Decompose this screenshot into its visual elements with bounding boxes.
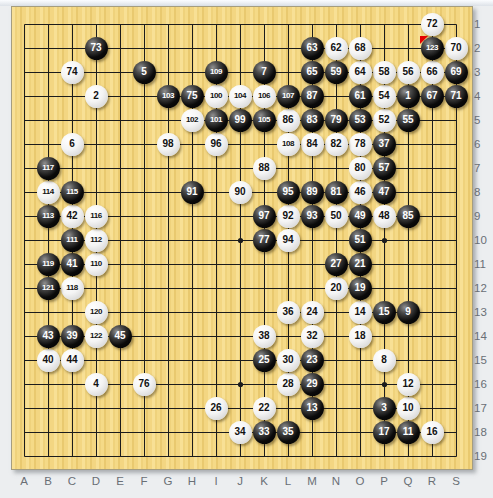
- stone-102-H5: 102: [181, 109, 204, 132]
- col-label-J: J: [228, 474, 252, 488]
- stone-55-Q5: 55: [397, 109, 420, 132]
- stone-number: 57: [378, 163, 389, 173]
- stone-number: 16: [426, 427, 437, 437]
- stone-69-S3: 69: [445, 61, 468, 84]
- stone-7-K3: 7: [253, 61, 276, 84]
- stone-25-K15: 25: [253, 349, 276, 372]
- stone-57-P7: 57: [373, 157, 396, 180]
- col-label-Q: Q: [396, 474, 420, 488]
- stone-38-K14: 38: [253, 325, 276, 348]
- stone-90-J8: 90: [229, 181, 252, 204]
- row-label-6: 6: [469, 137, 493, 151]
- stone-number: 111: [66, 236, 77, 244]
- stone-96-I6: 96: [205, 133, 228, 156]
- stone-number: 69: [450, 67, 461, 77]
- stone-number: 68: [354, 43, 365, 53]
- stone-number: 70: [450, 43, 461, 53]
- stone-number: 76: [138, 379, 149, 389]
- stone-87-M4: 87: [301, 85, 324, 108]
- col-label-K: K: [252, 474, 276, 488]
- stone-number: 20: [330, 283, 341, 293]
- stone-61-O4: 61: [349, 85, 372, 108]
- stone-number: 117: [42, 164, 54, 172]
- stone-number: 48: [378, 211, 389, 221]
- stone-number: 25: [258, 355, 269, 365]
- stone-number: 28: [282, 379, 293, 389]
- stone-76-F16: 76: [133, 373, 156, 396]
- stone-13-M17: 13: [301, 397, 324, 420]
- stone-number: 102: [186, 116, 198, 124]
- stone-17-P18: 17: [373, 421, 396, 444]
- stone-number: 11: [403, 427, 414, 437]
- row-label-17: 17: [469, 401, 493, 415]
- col-label-S: S: [444, 474, 468, 488]
- stone-number: 110: [90, 260, 102, 268]
- stone-number: 41: [66, 259, 77, 269]
- stone-number: 113: [42, 212, 54, 220]
- stone-73-D2: 73: [85, 37, 108, 60]
- stone-number: 26: [210, 403, 221, 413]
- col-label-N: N: [324, 474, 348, 488]
- stone-number: 22: [258, 403, 269, 413]
- col-label-A: A: [12, 474, 36, 488]
- stone-number: 120: [90, 308, 102, 316]
- stone-number: 42: [66, 211, 77, 221]
- row-label-13: 13: [469, 305, 493, 319]
- stone-number: 15: [378, 307, 389, 317]
- stone-65-M3: 65: [301, 61, 324, 84]
- col-label-D: D: [84, 474, 108, 488]
- stone-number: 75: [186, 91, 197, 101]
- stone-number: 17: [378, 427, 389, 437]
- stone-5-F3: 5: [133, 61, 156, 84]
- col-label-I: I: [204, 474, 228, 488]
- stone-49-O9: 49: [349, 205, 372, 228]
- stone-80-O7: 80: [349, 157, 372, 180]
- stone-number: 63: [306, 43, 317, 53]
- stone-number: 101: [210, 116, 222, 124]
- stone-number: 24: [306, 307, 317, 317]
- stone-number: 13: [306, 403, 317, 413]
- stone-83-M5: 83: [301, 109, 324, 132]
- stone-9-Q13: 9: [397, 301, 420, 324]
- stone-94-L10: 94: [277, 229, 300, 252]
- stone-122-D14: 122: [85, 325, 108, 348]
- row-label-18: 18: [469, 425, 493, 439]
- stone-number: 122: [90, 332, 102, 340]
- stone-42-C9: 42: [61, 205, 84, 228]
- row-label-5: 5: [469, 113, 493, 127]
- stone-22-K17: 22: [253, 397, 276, 420]
- stone-48-P9: 48: [373, 205, 396, 228]
- stone-92-L9: 92: [277, 205, 300, 228]
- stone-number: 121: [42, 284, 54, 292]
- stone-101-I5: 101: [205, 109, 228, 132]
- stone-number: 79: [330, 115, 341, 125]
- stone-number: 119: [42, 260, 54, 268]
- stone-number: 78: [354, 139, 365, 149]
- stone-number: 105: [258, 116, 270, 124]
- stone-number: 66: [426, 67, 437, 77]
- stone-number: 6: [69, 139, 75, 149]
- stone-number: 44: [66, 355, 77, 365]
- row-label-12: 12: [469, 281, 493, 295]
- stone-88-K7: 88: [253, 157, 276, 180]
- stone-15-P13: 15: [373, 301, 396, 324]
- star-point-J10: [238, 238, 243, 243]
- stone-20-N12: 20: [325, 277, 348, 300]
- col-label-E: E: [108, 474, 132, 488]
- row-label-16: 16: [469, 377, 493, 391]
- col-label-G: G: [156, 474, 180, 488]
- stone-27-N11: 27: [325, 253, 348, 276]
- stone-75-H4: 75: [181, 85, 204, 108]
- stone-10-Q17: 10: [397, 397, 420, 420]
- stone-number: 8: [381, 355, 387, 365]
- stone-30-L15: 30: [277, 349, 300, 372]
- stone-number: 7: [261, 67, 267, 77]
- stone-number: 67: [426, 91, 437, 101]
- stone-19-O12: 19: [349, 277, 372, 300]
- stone-99-J5: 99: [229, 109, 252, 132]
- stone-116-D9: 116: [85, 205, 108, 228]
- stone-103-G4: 103: [157, 85, 180, 108]
- stone-50-N9: 50: [325, 205, 348, 228]
- stone-4-D16: 4: [85, 373, 108, 396]
- star-point-P10: [382, 238, 387, 243]
- stone-number: 61: [354, 91, 365, 101]
- stone-2-D4: 2: [85, 85, 108, 108]
- stone-47-P8: 47: [373, 181, 396, 204]
- stone-number: 10: [402, 403, 413, 413]
- stone-number: 30: [282, 355, 293, 365]
- stone-24-M13: 24: [301, 301, 324, 324]
- stone-number: 1: [405, 91, 411, 101]
- stone-number: 95: [282, 187, 293, 197]
- row-label-7: 7: [469, 161, 493, 175]
- stone-6-C6: 6: [61, 133, 84, 156]
- stone-number: 12: [402, 379, 413, 389]
- stone-number: 80: [354, 163, 365, 173]
- stone-number: 112: [90, 236, 102, 244]
- stone-number: 59: [330, 67, 341, 77]
- stone-33-K18: 33: [253, 421, 276, 444]
- stone-59-N3: 59: [325, 61, 348, 84]
- stone-67-R4: 67: [421, 85, 444, 108]
- stone-14-O13: 14: [349, 301, 372, 324]
- stone-44-C15: 44: [61, 349, 84, 372]
- stone-107-L4: 107: [277, 85, 300, 108]
- stone-number: 55: [402, 115, 413, 125]
- stone-number: 84: [306, 139, 317, 149]
- stone-110-D11: 110: [85, 253, 108, 276]
- stone-number: 50: [330, 211, 341, 221]
- stone-84-M6: 84: [301, 133, 324, 156]
- col-label-M: M: [300, 474, 324, 488]
- stone-number: 103: [162, 92, 174, 100]
- stone-number: 21: [354, 259, 365, 269]
- stone-108-L6: 108: [277, 133, 300, 156]
- stone-number: 85: [402, 211, 413, 221]
- stone-26-I17: 26: [205, 397, 228, 420]
- stone-56-Q3: 56: [397, 61, 420, 84]
- stone-number: 53: [354, 115, 365, 125]
- stone-number: 54: [378, 91, 389, 101]
- stone-53-O5: 53: [349, 109, 372, 132]
- stone-number: 65: [306, 67, 317, 77]
- stone-58-P3: 58: [373, 61, 396, 84]
- stone-number: 97: [258, 211, 269, 221]
- stone-number: 19: [354, 283, 365, 293]
- stone-111-C10: 111: [61, 229, 84, 252]
- stone-number: 77: [258, 235, 269, 245]
- stone-number: 72: [426, 19, 437, 29]
- stone-16-R18: 16: [421, 421, 444, 444]
- stone-91-H8: 91: [181, 181, 204, 204]
- stone-79-N5: 79: [325, 109, 348, 132]
- stone-number: 39: [66, 331, 77, 341]
- stone-113-B9: 113: [37, 205, 60, 228]
- stone-114-B8: 114: [37, 181, 60, 204]
- stone-number: 109: [210, 68, 222, 76]
- stone-43-B14: 43: [37, 325, 60, 348]
- col-label-F: F: [132, 474, 156, 488]
- stone-number: 114: [42, 188, 54, 196]
- stone-number: 87: [306, 91, 317, 101]
- stone-number: 73: [90, 43, 101, 53]
- stone-number: 74: [66, 67, 77, 77]
- stone-115-C8: 115: [61, 181, 84, 204]
- stone-number: 32: [306, 331, 317, 341]
- stone-36-L13: 36: [277, 301, 300, 324]
- stone-40-B15: 40: [37, 349, 60, 372]
- col-label-C: C: [60, 474, 84, 488]
- stone-120-D13: 120: [85, 301, 108, 324]
- stone-93-M9: 93: [301, 205, 324, 228]
- stone-8-P15: 8: [373, 349, 396, 372]
- stone-71-S4: 71: [445, 85, 468, 108]
- stone-41-C11: 41: [61, 253, 84, 276]
- stone-number: 33: [258, 427, 269, 437]
- col-label-R: R: [420, 474, 444, 488]
- stone-66-R3: 66: [421, 61, 444, 84]
- stone-number: 104: [234, 92, 246, 100]
- stone-number: 106: [258, 92, 270, 100]
- stone-21-O11: 21: [349, 253, 372, 276]
- stone-number: 86: [282, 115, 293, 125]
- stone-105-K5: 105: [253, 109, 276, 132]
- stone-number: 108: [282, 140, 294, 148]
- stone-number: 52: [378, 115, 389, 125]
- stone-number: 35: [282, 427, 293, 437]
- stone-64-O3: 64: [349, 61, 372, 84]
- stone-77-K10: 77: [253, 229, 276, 252]
- stone-number: 36: [282, 307, 293, 317]
- row-label-8: 8: [469, 185, 493, 199]
- stone-45-E14: 45: [109, 325, 132, 348]
- stone-63-M2: 63: [301, 37, 324, 60]
- stone-number: 38: [258, 331, 269, 341]
- col-label-O: O: [348, 474, 372, 488]
- stone-number: 93: [306, 211, 317, 221]
- stone-number: 49: [354, 211, 365, 221]
- stone-number: 27: [330, 259, 341, 269]
- stone-number: 91: [186, 187, 197, 197]
- stone-number: 51: [354, 235, 365, 245]
- stone-number: 64: [354, 67, 365, 77]
- stone-number: 18: [354, 331, 365, 341]
- stone-68-O2: 68: [349, 37, 372, 60]
- stone-number: 99: [234, 115, 245, 125]
- go-diagram-window: 1234567891011121314151617181920212223242…: [0, 0, 493, 498]
- stone-number: 83: [306, 115, 317, 125]
- stone-number: 34: [234, 427, 245, 437]
- col-label-P: P: [372, 474, 396, 488]
- col-label-H: H: [180, 474, 204, 488]
- stone-number: 107: [282, 92, 294, 100]
- stone-number: 100: [210, 92, 222, 100]
- row-label-3: 3: [469, 65, 493, 79]
- stone-number: 92: [282, 211, 293, 221]
- stone-52-P5: 52: [373, 109, 396, 132]
- stone-number: 2: [93, 91, 99, 101]
- stone-number: 43: [42, 331, 53, 341]
- stone-number: 88: [258, 163, 269, 173]
- stone-118-C12: 118: [61, 277, 84, 300]
- stone-number: 5: [141, 67, 147, 77]
- stone-number: 47: [378, 187, 389, 197]
- stone-number: 89: [306, 187, 317, 197]
- stone-29-M16: 29: [301, 373, 324, 396]
- stone-123-R2: 123: [421, 37, 444, 60]
- stone-86-L5: 86: [277, 109, 300, 132]
- stone-46-O8: 46: [349, 181, 372, 204]
- stone-number: 37: [378, 139, 389, 149]
- stone-98-G6: 98: [157, 133, 180, 156]
- stone-74-C3: 74: [61, 61, 84, 84]
- row-label-19: 19: [469, 449, 493, 463]
- stone-121-B12: 121: [37, 277, 60, 300]
- stone-number: 123: [426, 44, 438, 52]
- stone-35-L18: 35: [277, 421, 300, 444]
- row-label-15: 15: [469, 353, 493, 367]
- col-label-B: B: [36, 474, 60, 488]
- stone-54-P4: 54: [373, 85, 396, 108]
- stone-119-B11: 119: [37, 253, 60, 276]
- stone-11-Q18: 11: [397, 421, 420, 444]
- stone-number: 71: [450, 91, 461, 101]
- stone-81-N8: 81: [325, 181, 348, 204]
- stone-23-M15: 23: [301, 349, 324, 372]
- stone-number: 118: [66, 284, 78, 292]
- star-point-P16: [382, 382, 387, 387]
- stone-number: 81: [330, 187, 341, 197]
- stone-number: 98: [162, 139, 173, 149]
- stone-37-P6: 37: [373, 133, 396, 156]
- stone-number: 94: [282, 235, 293, 245]
- stone-39-C14: 39: [61, 325, 84, 348]
- stone-number: 115: [66, 188, 78, 196]
- star-point-J16: [238, 382, 243, 387]
- row-label-1: 1: [469, 17, 493, 31]
- stone-82-N6: 82: [325, 133, 348, 156]
- stone-117-B7: 117: [37, 157, 60, 180]
- row-label-11: 11: [469, 257, 493, 271]
- stone-28-L16: 28: [277, 373, 300, 396]
- stone-number: 62: [330, 43, 341, 53]
- stone-number: 45: [114, 331, 125, 341]
- row-label-2: 2: [469, 41, 493, 55]
- stone-number: 29: [306, 379, 317, 389]
- stone-104-J4: 104: [229, 85, 252, 108]
- stone-number: 96: [210, 139, 221, 149]
- stone-112-D10: 112: [85, 229, 108, 252]
- stone-number: 14: [354, 307, 365, 317]
- stone-number: 40: [42, 355, 53, 365]
- stone-78-O6: 78: [349, 133, 372, 156]
- stone-18-O14: 18: [349, 325, 372, 348]
- stone-number: 90: [234, 187, 245, 197]
- stone-89-M8: 89: [301, 181, 324, 204]
- stone-62-N2: 62: [325, 37, 348, 60]
- stone-number: 23: [306, 355, 317, 365]
- stone-number: 58: [378, 67, 389, 77]
- stone-34-J18: 34: [229, 421, 252, 444]
- stone-number: 3: [381, 403, 387, 413]
- stone-number: 116: [90, 212, 102, 220]
- stone-95-L8: 95: [277, 181, 300, 204]
- stone-97-K9: 97: [253, 205, 276, 228]
- col-label-L: L: [276, 474, 300, 488]
- row-label-4: 4: [469, 89, 493, 103]
- stone-number: 46: [354, 187, 365, 197]
- stone-106-K4: 106: [253, 85, 276, 108]
- stone-number: 4: [93, 379, 99, 389]
- stone-72-R1: 72: [421, 13, 444, 36]
- stone-3-P17: 3: [373, 397, 396, 420]
- stone-number: 56: [402, 67, 413, 77]
- stone-70-S2: 70: [445, 37, 468, 60]
- stone-109-I3: 109: [205, 61, 228, 84]
- stone-51-O10: 51: [349, 229, 372, 252]
- row-label-14: 14: [469, 329, 493, 343]
- stone-1-Q4: 1: [397, 85, 420, 108]
- stone-12-Q16: 12: [397, 373, 420, 396]
- stone-number: 82: [330, 139, 341, 149]
- stone-32-M14: 32: [301, 325, 324, 348]
- row-label-9: 9: [469, 209, 493, 223]
- stone-number: 9: [405, 307, 411, 317]
- stone-100-I4: 100: [205, 85, 228, 108]
- stone-85-Q9: 85: [397, 205, 420, 228]
- row-label-10: 10: [469, 233, 493, 247]
